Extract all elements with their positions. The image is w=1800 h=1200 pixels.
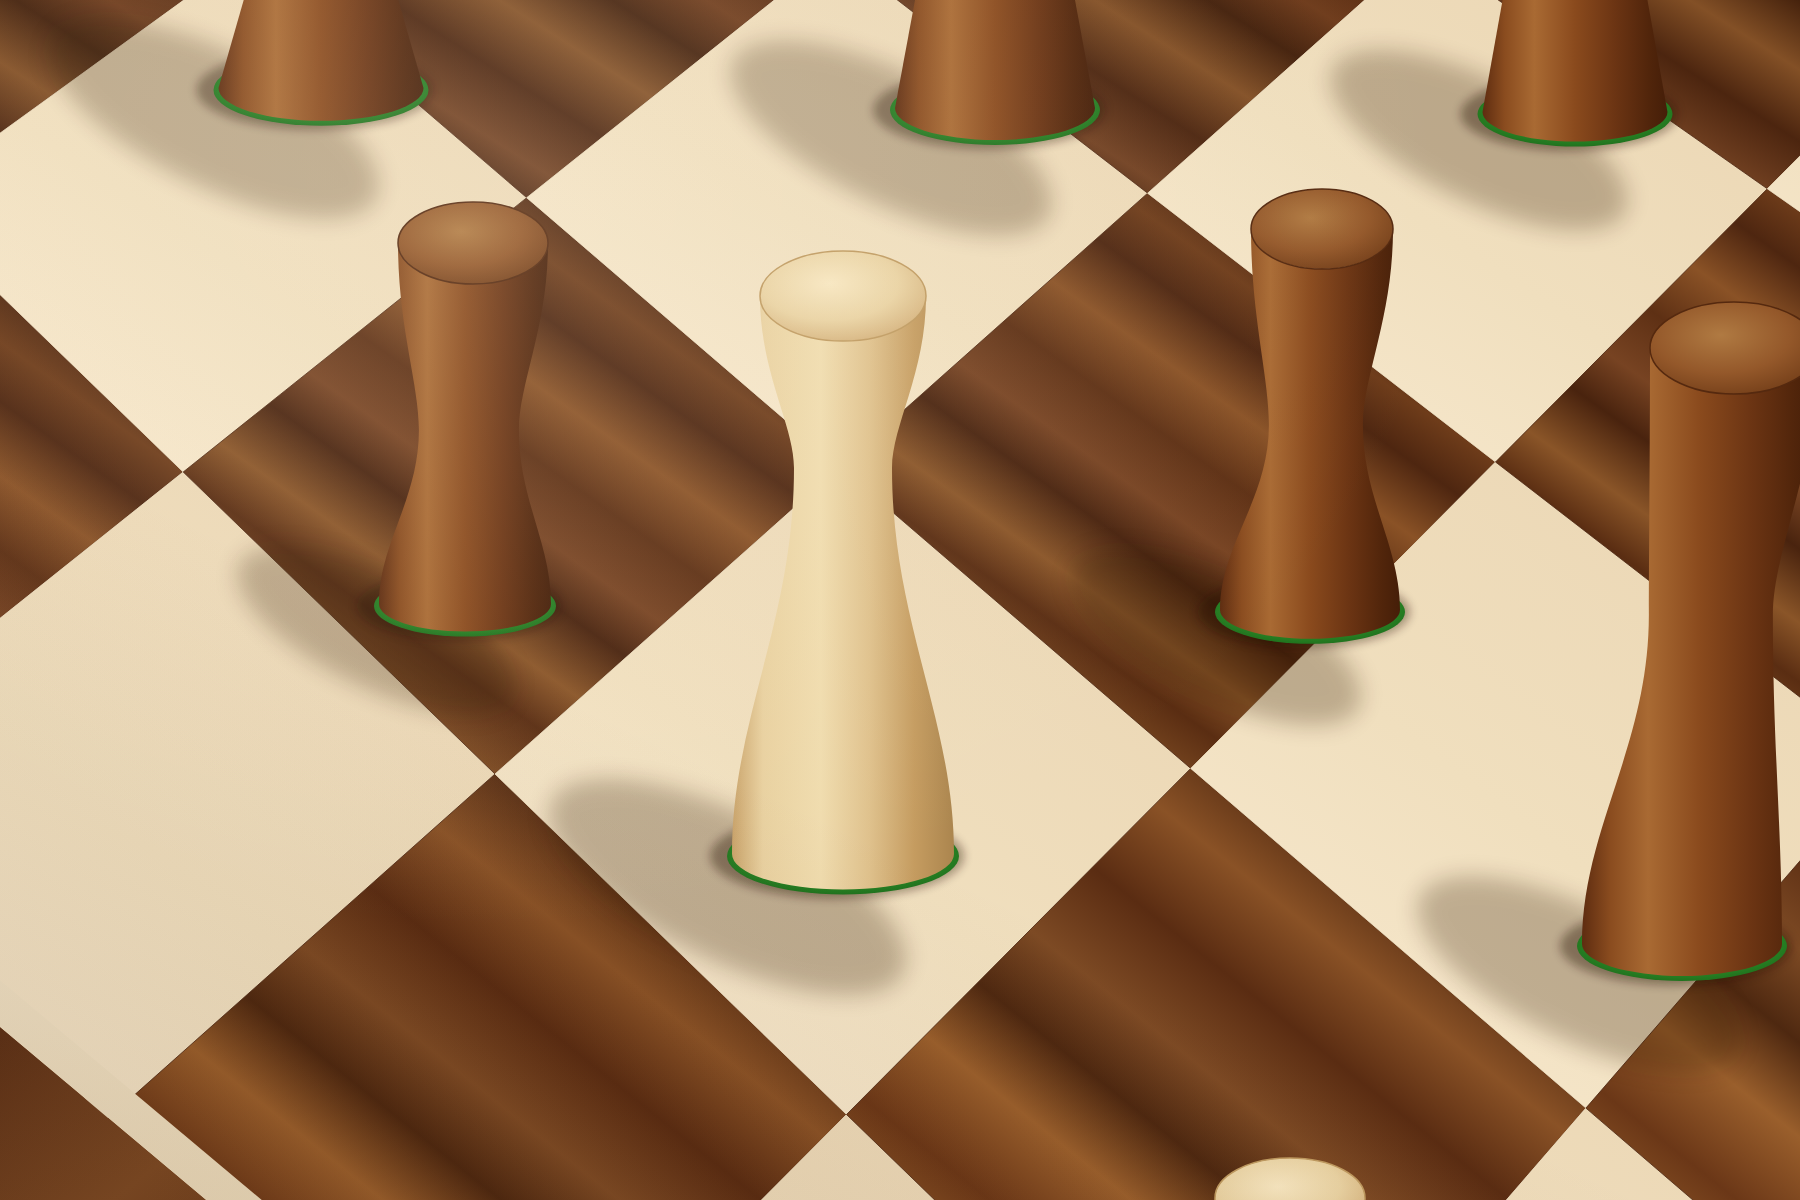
piece-top-disc [1650, 302, 1800, 394]
piece-body [1483, 0, 1668, 142]
piece-body [895, 0, 1095, 140]
piece-top-disc [760, 251, 926, 341]
board-photo-svg [0, 0, 1800, 1200]
piece-body [219, 0, 424, 121]
piece-top-disc [1251, 189, 1393, 269]
chessboard-photo-scene [0, 0, 1800, 1200]
piece-top-disc [398, 202, 548, 284]
